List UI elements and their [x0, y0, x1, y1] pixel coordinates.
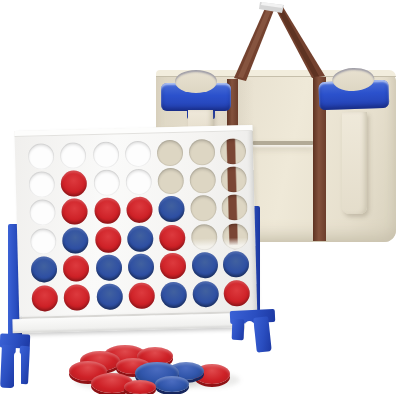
board-cell [190, 195, 217, 222]
board-cell [160, 281, 187, 308]
board-cell [128, 282, 155, 309]
product-photo-scene [0, 0, 400, 394]
board-cell [127, 254, 154, 281]
board-cell [158, 224, 185, 251]
board-cell [63, 284, 90, 311]
stored-foot-left-notch [175, 70, 217, 93]
loose-disc-blue [155, 376, 189, 392]
board-cell [31, 285, 58, 312]
board-cell [125, 169, 152, 196]
board-cell [62, 227, 89, 254]
board-cell [222, 223, 249, 250]
board-cell [189, 167, 216, 194]
bag-pocket-strip-right [342, 112, 367, 214]
board-cell [95, 254, 122, 281]
board-cell [124, 141, 151, 168]
board-cell [158, 196, 185, 223]
board-foot-right-arch [245, 321, 254, 341]
board-foot-left-arch [14, 352, 21, 388]
board-cell [30, 228, 57, 255]
board-cell [126, 225, 153, 252]
board-cell [190, 223, 217, 250]
board-cell [191, 252, 218, 279]
board-cell [223, 280, 250, 307]
connect-four-board [7, 121, 262, 335]
board-cell [94, 197, 121, 224]
board-cell [188, 139, 215, 166]
board-foot-right-pad-front [232, 319, 245, 340]
board-cell [93, 169, 120, 196]
board-cell [157, 168, 184, 195]
board-cell [192, 280, 219, 307]
bag-front-pocket-seam [252, 141, 314, 145]
board-cell [92, 141, 119, 168]
board-cell [96, 283, 123, 310]
board-cell [156, 140, 183, 167]
board-cell [94, 226, 121, 253]
board-cell [126, 197, 153, 224]
loose-disc-red [124, 380, 156, 394]
board-cell [159, 253, 186, 280]
